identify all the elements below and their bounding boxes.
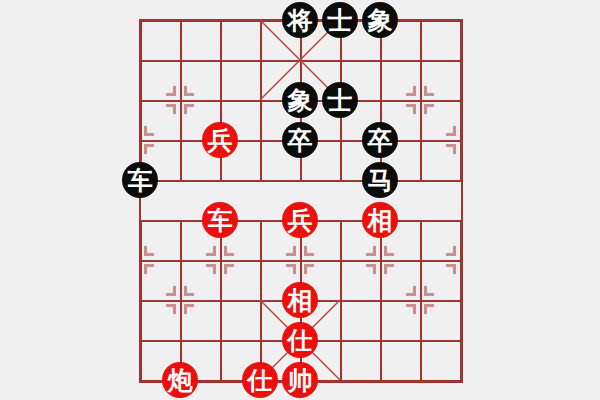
piece-red-soldier[interactable]: 兵 xyxy=(202,122,238,158)
piece-red-cannon[interactable]: 炮 xyxy=(162,362,198,398)
piece-black-advisor[interactable]: 士 xyxy=(322,82,358,118)
piece-black-horse[interactable]: 马 xyxy=(362,162,398,198)
piece-red-elephant[interactable]: 相 xyxy=(362,202,398,238)
piece-red-elephant[interactable]: 相 xyxy=(282,282,318,318)
piece-black-elephant[interactable]: 象 xyxy=(362,2,398,38)
piece-black-chariot[interactable]: 车 xyxy=(122,162,158,198)
piece-red-chariot[interactable]: 车 xyxy=(202,202,238,238)
piece-black-elephant[interactable]: 象 xyxy=(282,82,318,118)
xiangqi-board[interactable]: 将士象象士卒卒车马兵车兵相相仕炮仕帅 xyxy=(139,19,463,383)
app-background: 将士象象士卒卒车马兵车兵相相仕炮仕帅 xyxy=(0,0,600,400)
board-pieces: 将士象象士卒卒车马兵车兵相相仕炮仕帅 xyxy=(139,19,463,383)
piece-red-advisor[interactable]: 仕 xyxy=(242,362,278,398)
piece-red-general[interactable]: 帅 xyxy=(282,362,318,398)
piece-black-general[interactable]: 将 xyxy=(282,2,318,38)
piece-black-advisor[interactable]: 士 xyxy=(322,2,358,38)
piece-red-soldier[interactable]: 兵 xyxy=(282,202,318,238)
piece-black-soldier[interactable]: 卒 xyxy=(362,122,398,158)
piece-red-advisor[interactable]: 仕 xyxy=(282,322,318,358)
piece-black-soldier[interactable]: 卒 xyxy=(282,122,318,158)
